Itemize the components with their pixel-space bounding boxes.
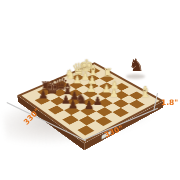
product-photo: ♜♞♛♚♟♚♛♟♟♝♝♟♜♟♟♟♟♞♟♟♟♟♟♝ ♞ 330" 330" 1.8… <box>0 0 180 180</box>
dimension-label-right: 1.8" <box>161 98 178 107</box>
dark-pawn: ♟ <box>77 100 100 111</box>
off-board-knight-shadow <box>126 74 145 79</box>
off-board-dark-knight: ♞ <box>126 57 146 74</box>
light-bishop: ♝ <box>134 85 156 100</box>
dark-pawn: ♟ <box>31 89 53 100</box>
